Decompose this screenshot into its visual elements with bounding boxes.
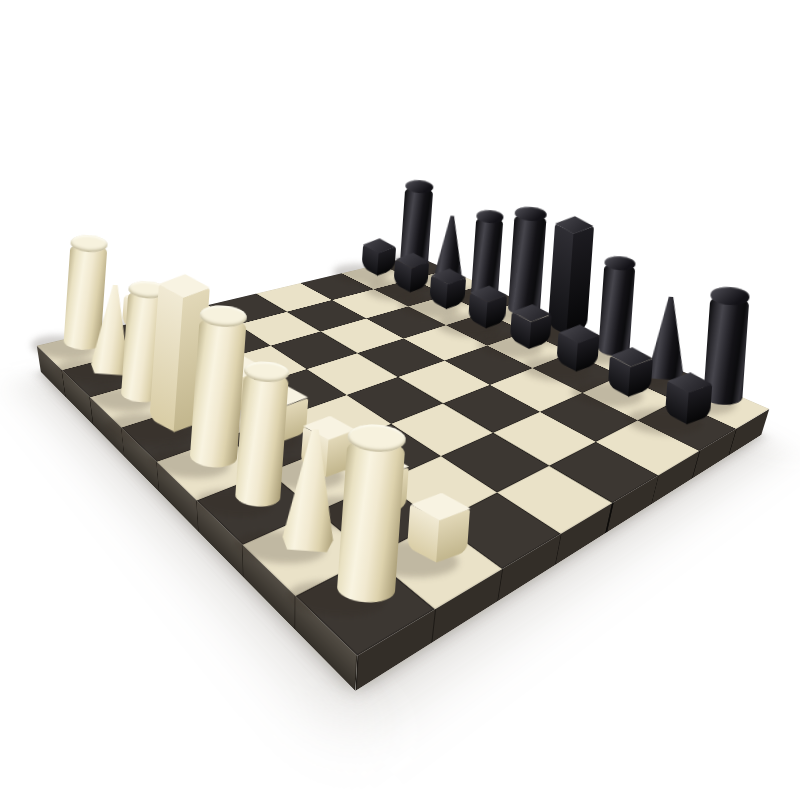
black-knight-b8 <box>647 296 689 381</box>
black-pawn-d7 <box>510 303 551 351</box>
white-pawn-a2 <box>407 491 472 565</box>
black-queen-d8 <box>547 215 594 337</box>
white-rook-a1 <box>336 436 405 605</box>
black-piece-top <box>405 180 434 195</box>
black-pawn-h7 <box>361 237 396 277</box>
black-king-e8 <box>508 213 547 317</box>
black-piece-top <box>476 209 504 223</box>
white-piece-top <box>243 360 289 384</box>
black-pawn-f7 <box>429 267 467 311</box>
white-bishop-c1 <box>234 370 288 508</box>
white-piece-top <box>199 304 247 329</box>
chess-set-photo <box>0 0 800 800</box>
black-pawn-a7 <box>664 371 712 426</box>
black-piece-top <box>514 206 547 223</box>
white-piece-top <box>347 423 407 454</box>
black-pawn-c7 <box>556 323 599 373</box>
black-piece-top <box>604 255 636 271</box>
black-pawn-g7 <box>394 252 430 294</box>
black-pawn-b7 <box>608 346 654 399</box>
black-bishop-c8 <box>598 262 636 358</box>
pieces-layer <box>0 0 800 800</box>
white-piece-top <box>70 233 109 253</box>
black-piece-top <box>710 286 750 306</box>
black-pawn-e7 <box>468 284 508 330</box>
